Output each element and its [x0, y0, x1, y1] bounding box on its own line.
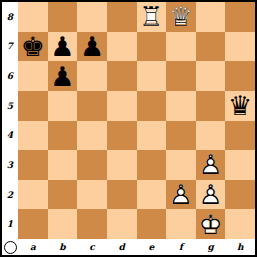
- chess-diagram: 87654321 ♜♖♛♕♚♟♟♟♛♟♙♟♙♟♙♚♔ abcdefgh: [0, 0, 257, 257]
- rank-label-7: 7: [2, 32, 18, 62]
- square-h4[interactable]: [225, 121, 255, 151]
- white-king: ♔: [196, 209, 226, 239]
- square-d7[interactable]: [107, 32, 137, 62]
- square-h5[interactable]: ♛: [225, 91, 255, 121]
- square-g1[interactable]: ♚♔: [196, 209, 226, 239]
- white-queen-fill: ♛: [166, 2, 196, 32]
- square-c2[interactable]: [77, 180, 107, 210]
- square-e2[interactable]: [137, 180, 167, 210]
- white-queen: ♕: [166, 2, 196, 32]
- rank-label-2: 2: [2, 180, 18, 210]
- white-rook: ♖: [137, 2, 167, 32]
- white-pawn-fill: ♟: [196, 150, 226, 180]
- square-h7[interactable]: [225, 32, 255, 62]
- square-a5[interactable]: [18, 91, 48, 121]
- square-h8[interactable]: [225, 2, 255, 32]
- square-f4[interactable]: [166, 121, 196, 151]
- white-rook-fill: ♜: [137, 2, 167, 32]
- square-g6[interactable]: [196, 61, 226, 91]
- white-pawn: ♙: [196, 180, 226, 210]
- square-g8[interactable]: [196, 2, 226, 32]
- square-e7[interactable]: [137, 32, 167, 62]
- black-pawn: ♟: [48, 32, 78, 62]
- side-to-move-corner: [2, 239, 18, 255]
- square-f8[interactable]: ♛♕: [166, 2, 196, 32]
- square-b4[interactable]: [48, 121, 78, 151]
- square-d1[interactable]: [107, 209, 137, 239]
- square-c8[interactable]: [77, 2, 107, 32]
- white-pawn: ♙: [196, 150, 226, 180]
- square-c6[interactable]: [77, 61, 107, 91]
- file-label-f: f: [166, 239, 196, 255]
- square-f3[interactable]: [166, 150, 196, 180]
- square-g4[interactable]: [196, 121, 226, 151]
- square-d5[interactable]: [107, 91, 137, 121]
- rank-label-4: 4: [2, 121, 18, 151]
- square-c1[interactable]: [77, 209, 107, 239]
- rank-label-3: 3: [2, 150, 18, 180]
- square-a4[interactable]: [18, 121, 48, 151]
- square-f7[interactable]: [166, 32, 196, 62]
- square-h2[interactable]: [225, 180, 255, 210]
- black-pawn: ♟: [77, 32, 107, 62]
- square-d8[interactable]: [107, 2, 137, 32]
- square-a2[interactable]: [18, 180, 48, 210]
- square-b1[interactable]: [48, 209, 78, 239]
- file-label-a: a: [18, 239, 48, 255]
- square-h1[interactable]: [225, 209, 255, 239]
- square-c5[interactable]: [77, 91, 107, 121]
- square-g7[interactable]: [196, 32, 226, 62]
- square-a3[interactable]: [18, 150, 48, 180]
- square-e4[interactable]: [137, 121, 167, 151]
- square-d6[interactable]: [107, 61, 137, 91]
- square-c3[interactable]: [77, 150, 107, 180]
- file-label-e: e: [137, 239, 167, 255]
- square-a7[interactable]: ♚: [18, 32, 48, 62]
- square-e8[interactable]: ♜♖: [137, 2, 167, 32]
- file-label-c: c: [77, 239, 107, 255]
- square-d2[interactable]: [107, 180, 137, 210]
- black-pawn: ♟: [48, 61, 78, 91]
- square-a8[interactable]: [18, 2, 48, 32]
- square-c4[interactable]: [77, 121, 107, 151]
- white-pawn: ♙: [166, 180, 196, 210]
- square-e6[interactable]: [137, 61, 167, 91]
- black-queen: ♛: [225, 91, 255, 121]
- side-to-move-indicator: [4, 241, 17, 254]
- square-f2[interactable]: ♟♙: [166, 180, 196, 210]
- square-d4[interactable]: [107, 121, 137, 151]
- white-pawn-fill: ♟: [166, 180, 196, 210]
- file-label-d: d: [107, 239, 137, 255]
- square-h6[interactable]: [225, 61, 255, 91]
- square-b2[interactable]: [48, 180, 78, 210]
- square-b3[interactable]: [48, 150, 78, 180]
- black-king: ♚: [18, 32, 48, 62]
- square-a1[interactable]: [18, 209, 48, 239]
- rank-label-1: 1: [2, 209, 18, 239]
- square-c7[interactable]: ♟: [77, 32, 107, 62]
- square-e3[interactable]: [137, 150, 167, 180]
- rank-label-8: 8: [2, 2, 18, 32]
- white-pawn-fill: ♟: [196, 180, 226, 210]
- file-label-b: b: [48, 239, 78, 255]
- square-d3[interactable]: [107, 150, 137, 180]
- square-b8[interactable]: [48, 2, 78, 32]
- file-label-h: h: [225, 239, 255, 255]
- rank-labels: 87654321: [2, 2, 18, 239]
- board: ♜♖♛♕♚♟♟♟♛♟♙♟♙♟♙♚♔: [18, 2, 255, 239]
- square-g3[interactable]: ♟♙: [196, 150, 226, 180]
- square-g5[interactable]: [196, 91, 226, 121]
- square-b6[interactable]: ♟: [48, 61, 78, 91]
- square-f5[interactable]: [166, 91, 196, 121]
- rank-label-5: 5: [2, 91, 18, 121]
- square-g2[interactable]: ♟♙: [196, 180, 226, 210]
- square-e5[interactable]: [137, 91, 167, 121]
- square-h3[interactable]: [225, 150, 255, 180]
- file-label-g: g: [196, 239, 226, 255]
- square-a6[interactable]: [18, 61, 48, 91]
- square-f1[interactable]: [166, 209, 196, 239]
- file-labels: abcdefgh: [18, 239, 255, 255]
- square-b5[interactable]: [48, 91, 78, 121]
- square-f6[interactable]: [166, 61, 196, 91]
- rank-label-6: 6: [2, 61, 18, 91]
- square-b7[interactable]: ♟: [48, 32, 78, 62]
- white-king-fill: ♚: [196, 209, 226, 239]
- square-e1[interactable]: [137, 209, 167, 239]
